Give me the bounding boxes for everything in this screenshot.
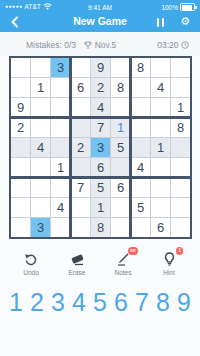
cell-r4c5[interactable]: 7 (91, 118, 110, 137)
eraser-icon (70, 250, 85, 266)
cell-r4c7[interactable] (131, 118, 150, 137)
cell-r3c2[interactable] (31, 98, 50, 117)
cell-r7c5[interactable]: 5 (91, 178, 110, 197)
cell-r9c5[interactable]: 8 (91, 218, 110, 237)
cell-r4c1[interactable]: 2 (11, 118, 30, 137)
cell-r9c3[interactable] (51, 218, 70, 237)
cell-r7c4[interactable]: 7 (71, 178, 90, 197)
cell-r3c6[interactable] (111, 98, 130, 117)
cell-r1c9[interactable] (171, 58, 190, 77)
game-info-row: Mistakes: 0/3 Nov.5 03:20 (0, 32, 200, 56)
cell-r3c9[interactable]: 1 (171, 98, 190, 117)
cell-r7c2[interactable] (31, 178, 50, 197)
cell-r5c7[interactable] (131, 138, 150, 157)
cell-r2c5[interactable]: 2 (91, 78, 110, 97)
numpad-key-1[interactable]: 1 (9, 288, 23, 317)
cell-r4c2[interactable] (31, 118, 50, 137)
lightbulb-icon (163, 250, 176, 266)
hint-label: Hint (163, 269, 175, 276)
cell-r9c8[interactable]: 6 (151, 218, 170, 237)
cell-r5c3[interactable] (51, 138, 70, 157)
cell-r8c2[interactable] (31, 198, 50, 217)
hint-button[interactable]: 1 Hint (152, 250, 186, 276)
undo-button[interactable]: Undo (14, 250, 48, 276)
cell-r1c3[interactable]: 3 (51, 58, 70, 77)
header: ●●●●● AT&T 9:41 AM 100% New Game ⚙ (0, 0, 200, 32)
cell-r9c4[interactable] (71, 218, 90, 237)
numpad-key-6[interactable]: 6 (114, 288, 128, 317)
cell-r9c7[interactable] (131, 218, 150, 237)
cell-r5c4[interactable]: 2 (71, 138, 90, 157)
page-title: New Game (0, 15, 200, 27)
cell-r3c8[interactable] (151, 98, 170, 117)
cell-r4c6[interactable]: 1 (111, 118, 130, 137)
cell-r8c9[interactable] (171, 198, 190, 217)
cell-r4c4[interactable] (71, 118, 90, 137)
numpad-key-5[interactable]: 5 (93, 288, 107, 317)
cell-r6c3[interactable]: 1 (51, 158, 70, 177)
timer-clock-icon (181, 41, 189, 49)
cell-r6c9[interactable] (171, 158, 190, 177)
cell-r8c5[interactable]: 1 (91, 198, 110, 217)
battery-percent: 100% (161, 4, 178, 11)
nav-bar: New Game ⚙ (0, 13, 200, 32)
cell-r2c7[interactable] (131, 78, 150, 97)
cell-r5c1[interactable] (11, 138, 30, 157)
cell-r1c8[interactable] (151, 58, 170, 77)
cell-r8c4[interactable] (71, 198, 90, 217)
notes-button[interactable]: on Notes (106, 250, 140, 276)
cell-r7c1[interactable] (11, 178, 30, 197)
timer: 03:20 (157, 40, 189, 50)
cell-r7c6[interactable]: 6 (111, 178, 130, 197)
sudoku-app: ●●●●● AT&T 9:41 AM 100% New Game ⚙ (0, 0, 200, 356)
status-bar: ●●●●● AT&T 9:41 AM 100% (0, 0, 200, 13)
cell-r4c9[interactable]: 8 (171, 118, 190, 137)
action-toolbar: Undo Erase on Notes 1 (0, 250, 200, 276)
undo-label: Undo (23, 269, 39, 276)
trophy-icon (84, 41, 92, 49)
cell-r2c1[interactable] (11, 78, 30, 97)
pause-button[interactable] (157, 18, 164, 27)
cell-r1c6[interactable] (111, 58, 130, 77)
cell-r9c1[interactable] (11, 218, 30, 237)
cell-r6c6[interactable] (111, 158, 130, 177)
numpad-key-7[interactable]: 7 (135, 288, 149, 317)
cell-r4c3[interactable] (51, 118, 70, 137)
numpad-key-2[interactable]: 2 (30, 288, 44, 317)
cell-r6c2[interactable] (31, 158, 50, 177)
daily-date: Nov.5 (95, 40, 117, 50)
cell-r1c5[interactable]: 9 (91, 58, 110, 77)
numpad-key-3[interactable]: 3 (51, 288, 65, 317)
cell-r2c3[interactable] (51, 78, 70, 97)
cell-r8c6[interactable] (111, 198, 130, 217)
cell-r7c8[interactable] (151, 178, 170, 197)
hint-badge: 1 (176, 247, 183, 255)
cell-r3c4[interactable] (71, 98, 90, 117)
cell-r2c2[interactable]: 1 (31, 78, 50, 97)
cell-r8c1[interactable] (11, 198, 30, 217)
cell-r7c7[interactable] (131, 178, 150, 197)
cell-r5c2[interactable]: 4 (31, 138, 50, 157)
cell-r5c9[interactable] (171, 138, 190, 157)
cell-r8c3[interactable]: 4 (51, 198, 70, 217)
numpad-key-4[interactable]: 4 (72, 288, 86, 317)
settings-gear-icon[interactable]: ⚙ (180, 15, 190, 28)
cell-r3c5[interactable]: 4 (91, 98, 110, 117)
notes-label: Notes (115, 269, 132, 276)
numpad: 123456789 (0, 288, 200, 317)
undo-icon (24, 250, 38, 266)
cell-r3c7[interactable] (131, 98, 150, 117)
cell-r5c8[interactable]: 1 (151, 138, 170, 157)
cell-r2c9[interactable] (171, 78, 190, 97)
cell-r6c7[interactable]: 4 (131, 158, 150, 177)
numpad-key-9[interactable]: 9 (177, 288, 191, 317)
cell-r2c6[interactable]: 8 (111, 78, 130, 97)
cell-r1c2[interactable] (31, 58, 50, 77)
cell-r2c8[interactable]: 4 (151, 78, 170, 97)
cell-r6c8[interactable] (151, 158, 170, 177)
cell-r2c4[interactable]: 6 (71, 78, 90, 97)
cell-r3c3[interactable] (51, 98, 70, 117)
cell-r8c7[interactable]: 5 (131, 198, 150, 217)
cell-r1c7[interactable]: 8 (131, 58, 150, 77)
cell-r6c1[interactable] (11, 158, 30, 177)
battery-icon (180, 3, 195, 11)
notes-badge: on (128, 247, 139, 255)
cell-r1c1[interactable] (11, 58, 30, 77)
sudoku-grid: 39816284941271842351164756415386 (9, 56, 192, 239)
cell-r6c5[interactable]: 6 (91, 158, 110, 177)
cell-r7c3[interactable] (51, 178, 70, 197)
cell-r9c6[interactable] (111, 218, 130, 237)
cell-r1c4[interactable] (71, 58, 90, 77)
cell-r6c4[interactable] (71, 158, 90, 177)
cell-r9c9[interactable] (171, 218, 190, 237)
cell-r9c2[interactable]: 3 (31, 218, 50, 237)
cell-r5c5[interactable]: 3 (91, 138, 110, 157)
timer-value: 03:20 (157, 40, 178, 50)
cell-r4c8[interactable] (151, 118, 170, 137)
cell-r3c1[interactable]: 9 (11, 98, 30, 117)
erase-button[interactable]: Erase (60, 250, 94, 276)
erase-label: Erase (69, 269, 86, 276)
cell-r8c8[interactable] (151, 198, 170, 217)
cell-r5c6[interactable]: 5 (111, 138, 130, 157)
cell-r7c9[interactable] (171, 178, 190, 197)
numpad-key-8[interactable]: 8 (156, 288, 170, 317)
